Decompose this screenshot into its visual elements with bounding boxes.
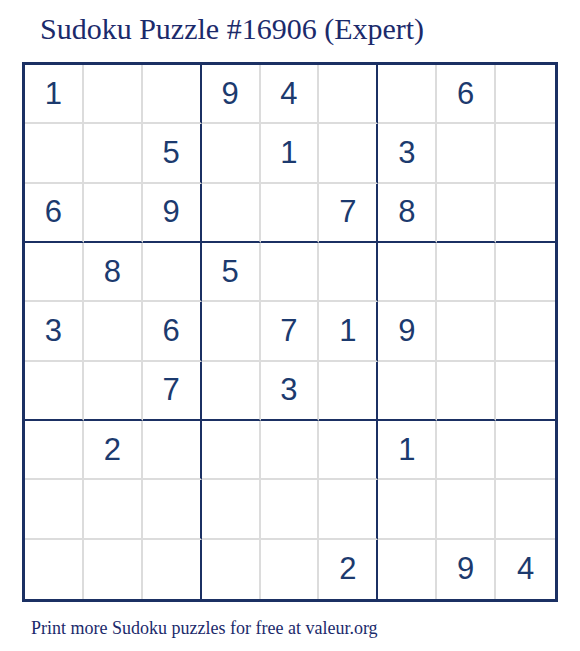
cell-r2c5: 1 xyxy=(261,124,320,183)
cell-r1c1: 1 xyxy=(25,65,84,124)
cell-r9c7 xyxy=(378,540,437,599)
cell-r3c6: 7 xyxy=(319,184,378,243)
cell-r8c4 xyxy=(202,480,261,539)
cell-r6c6 xyxy=(319,362,378,421)
cell-r7c6 xyxy=(319,421,378,480)
cell-r2c4 xyxy=(202,124,261,183)
cell-r6c2 xyxy=(84,362,143,421)
cell-r9c4 xyxy=(202,540,261,599)
cell-r9c2 xyxy=(84,540,143,599)
cell-r7c3 xyxy=(143,421,202,480)
cell-r3c9 xyxy=(496,184,555,243)
cell-r8c2 xyxy=(84,480,143,539)
cell-r7c7: 1 xyxy=(378,421,437,480)
cell-r7c1 xyxy=(25,421,84,480)
cell-r4c7 xyxy=(378,243,437,302)
cell-r9c1 xyxy=(25,540,84,599)
cell-r3c2 xyxy=(84,184,143,243)
cell-r5c3: 6 xyxy=(143,302,202,361)
cell-r7c9 xyxy=(496,421,555,480)
cell-r1c5: 4 xyxy=(261,65,320,124)
cell-r6c3: 7 xyxy=(143,362,202,421)
cell-r6c1 xyxy=(25,362,84,421)
cell-r1c8: 6 xyxy=(437,65,496,124)
cell-r5c5: 7 xyxy=(261,302,320,361)
cell-r7c2: 2 xyxy=(84,421,143,480)
cell-r9c5 xyxy=(261,540,320,599)
cell-r4c6 xyxy=(319,243,378,302)
cell-r8c8 xyxy=(437,480,496,539)
cell-r8c7 xyxy=(378,480,437,539)
cell-r1c4: 9 xyxy=(202,65,261,124)
cell-r2c8 xyxy=(437,124,496,183)
cell-r7c8 xyxy=(437,421,496,480)
cell-r8c6 xyxy=(319,480,378,539)
cell-r6c8 xyxy=(437,362,496,421)
cell-r4c2: 8 xyxy=(84,243,143,302)
cell-r9c8: 9 xyxy=(437,540,496,599)
cell-r2c6 xyxy=(319,124,378,183)
cell-r7c5 xyxy=(261,421,320,480)
cell-r2c3: 5 xyxy=(143,124,202,183)
sudoku-board: 1946513697885367197321294 xyxy=(22,62,558,602)
cell-r4c1 xyxy=(25,243,84,302)
cell-r4c3 xyxy=(143,243,202,302)
cell-r8c9 xyxy=(496,480,555,539)
sudoku-page: Sudoku Puzzle #16906 (Expert) 1946513697… xyxy=(0,0,580,651)
cell-r8c3 xyxy=(143,480,202,539)
cell-r5c8 xyxy=(437,302,496,361)
cell-r9c6: 2 xyxy=(319,540,378,599)
cell-r7c4 xyxy=(202,421,261,480)
cell-r4c4: 5 xyxy=(202,243,261,302)
cell-r4c5 xyxy=(261,243,320,302)
cell-r2c2 xyxy=(84,124,143,183)
cell-r4c8 xyxy=(437,243,496,302)
cell-r3c7: 8 xyxy=(378,184,437,243)
cell-r5c7: 9 xyxy=(378,302,437,361)
cell-r5c2 xyxy=(84,302,143,361)
cell-r6c4 xyxy=(202,362,261,421)
cell-r3c1: 6 xyxy=(25,184,84,243)
cell-r6c5: 3 xyxy=(261,362,320,421)
cell-r1c9 xyxy=(496,65,555,124)
cell-r5c6: 1 xyxy=(319,302,378,361)
cell-r3c4 xyxy=(202,184,261,243)
cell-r1c6 xyxy=(319,65,378,124)
footer-text: Print more Sudoku puzzles for free at va… xyxy=(31,618,378,639)
cell-r3c5 xyxy=(261,184,320,243)
cell-r1c2 xyxy=(84,65,143,124)
cell-r9c3 xyxy=(143,540,202,599)
cell-r8c1 xyxy=(25,480,84,539)
cell-r1c3 xyxy=(143,65,202,124)
cell-r3c8 xyxy=(437,184,496,243)
cell-r5c1: 3 xyxy=(25,302,84,361)
cell-r6c7 xyxy=(378,362,437,421)
cell-r6c9 xyxy=(496,362,555,421)
cell-r2c7: 3 xyxy=(378,124,437,183)
cell-r9c9: 4 xyxy=(496,540,555,599)
cell-r8c5 xyxy=(261,480,320,539)
page-title: Sudoku Puzzle #16906 (Expert) xyxy=(40,12,424,46)
cell-r2c9 xyxy=(496,124,555,183)
cell-r3c3: 9 xyxy=(143,184,202,243)
cell-r5c4 xyxy=(202,302,261,361)
cell-r1c7 xyxy=(378,65,437,124)
cell-r2c1 xyxy=(25,124,84,183)
cell-r4c9 xyxy=(496,243,555,302)
cell-r5c9 xyxy=(496,302,555,361)
